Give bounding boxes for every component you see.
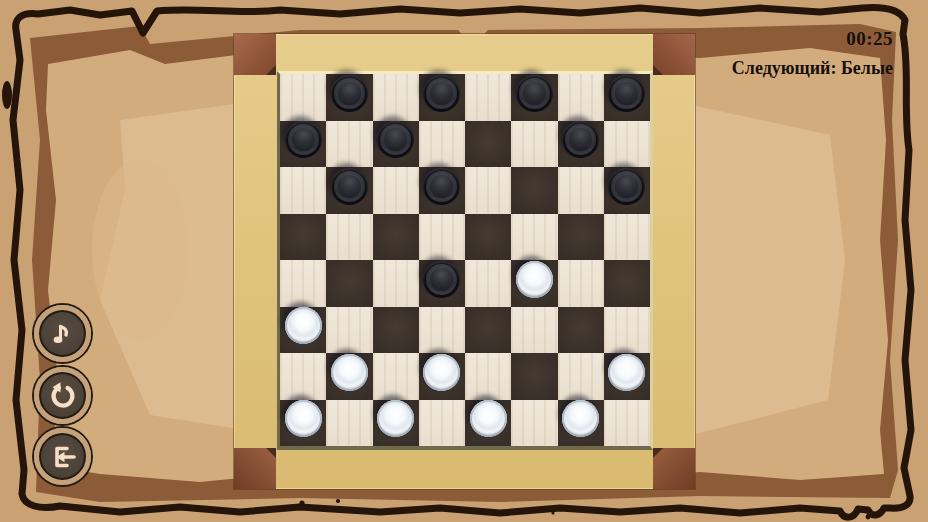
square-e8 — [465, 74, 511, 121]
music-toggle-button[interactable] — [34, 305, 91, 362]
square-a7[interactable] — [280, 121, 326, 168]
square-d4[interactable] — [419, 260, 465, 307]
square-h8[interactable] — [604, 74, 650, 121]
square-h3 — [604, 307, 650, 354]
square-e2 — [465, 353, 511, 400]
square-c1[interactable] — [373, 400, 419, 447]
square-g8 — [558, 74, 604, 121]
piece-white-man[interactable] — [562, 400, 599, 437]
piece-white-man[interactable] — [423, 354, 460, 391]
board-corner-top-left — [234, 34, 276, 75]
board-corner-top-right — [653, 34, 695, 75]
square-h2[interactable] — [604, 353, 650, 400]
square-d1 — [419, 400, 465, 447]
square-g2 — [558, 353, 604, 400]
hud: 00:25 Следующий: Белые — [732, 28, 893, 79]
square-g4 — [558, 260, 604, 307]
piece-black-man[interactable] — [285, 121, 322, 158]
piece-black-man[interactable] — [516, 75, 553, 112]
square-e7[interactable] — [465, 121, 511, 168]
piece-black-man[interactable] — [377, 121, 414, 158]
square-e3[interactable] — [465, 307, 511, 354]
square-d7 — [419, 121, 465, 168]
square-h7 — [604, 121, 650, 168]
square-d6[interactable] — [419, 167, 465, 214]
square-g7[interactable] — [558, 121, 604, 168]
piece-black-man[interactable] — [331, 75, 368, 112]
music-note-icon — [47, 318, 79, 350]
turn-indicator: Следующий: Белые — [732, 58, 893, 79]
square-b8[interactable] — [326, 74, 372, 121]
square-h1 — [604, 400, 650, 447]
square-f1 — [511, 400, 557, 447]
square-f3 — [511, 307, 557, 354]
square-d2[interactable] — [419, 353, 465, 400]
square-e5[interactable] — [465, 214, 511, 261]
square-c5[interactable] — [373, 214, 419, 261]
square-h4[interactable] — [604, 260, 650, 307]
square-f8[interactable] — [511, 74, 557, 121]
square-g6 — [558, 167, 604, 214]
square-e4 — [465, 260, 511, 307]
piece-white-man[interactable] — [516, 261, 553, 298]
piece-black-man[interactable] — [608, 75, 645, 112]
piece-white-man[interactable] — [285, 307, 322, 344]
square-h5 — [604, 214, 650, 261]
square-e1[interactable] — [465, 400, 511, 447]
square-b7 — [326, 121, 372, 168]
piece-black-man[interactable] — [562, 121, 599, 158]
square-f5 — [511, 214, 557, 261]
piece-black-man[interactable] — [331, 168, 368, 205]
square-g5[interactable] — [558, 214, 604, 261]
square-c4 — [373, 260, 419, 307]
turn-indicator-value: Белые — [841, 58, 893, 78]
square-c6 — [373, 167, 419, 214]
piece-white-man[interactable] — [470, 400, 507, 437]
square-a3[interactable] — [280, 307, 326, 354]
board-corner-bottom-left — [234, 448, 276, 489]
square-b6[interactable] — [326, 167, 372, 214]
piece-white-man[interactable] — [377, 400, 414, 437]
piece-black-man[interactable] — [608, 168, 645, 205]
square-g1[interactable] — [558, 400, 604, 447]
square-a1[interactable] — [280, 400, 326, 447]
piece-black-man[interactable] — [423, 75, 460, 112]
square-g3[interactable] — [558, 307, 604, 354]
board-corner-bottom-right — [653, 448, 695, 489]
restart-icon — [47, 380, 79, 412]
square-e6 — [465, 167, 511, 214]
square-f2[interactable] — [511, 353, 557, 400]
exit-button[interactable] — [34, 428, 91, 485]
square-c7[interactable] — [373, 121, 419, 168]
square-b2[interactable] — [326, 353, 372, 400]
square-f7 — [511, 121, 557, 168]
square-c8 — [373, 74, 419, 121]
piece-white-man[interactable] — [608, 354, 645, 391]
square-b3 — [326, 307, 372, 354]
piece-black-man[interactable] — [423, 261, 460, 298]
square-a4 — [280, 260, 326, 307]
square-b5 — [326, 214, 372, 261]
square-d5 — [419, 214, 465, 261]
square-b1 — [326, 400, 372, 447]
square-c3[interactable] — [373, 307, 419, 354]
square-f6[interactable] — [511, 167, 557, 214]
piece-black-man[interactable] — [423, 168, 460, 205]
checkers-board — [234, 34, 695, 489]
square-c2 — [373, 353, 419, 400]
board-grid — [277, 71, 653, 450]
piece-white-man[interactable] — [285, 400, 322, 437]
square-a2 — [280, 353, 326, 400]
exit-icon — [47, 441, 79, 473]
square-a6 — [280, 167, 326, 214]
game-timer: 00:25 — [732, 28, 893, 50]
square-d8[interactable] — [419, 74, 465, 121]
square-d3 — [419, 307, 465, 354]
restart-button[interactable] — [34, 367, 91, 424]
square-b4[interactable] — [326, 260, 372, 307]
square-a8 — [280, 74, 326, 121]
square-a5[interactable] — [280, 214, 326, 261]
square-f4[interactable] — [511, 260, 557, 307]
game-screen: 00:25 Следующий: Белые — [0, 0, 928, 522]
turn-indicator-label: Следующий: — [732, 58, 837, 78]
piece-white-man[interactable] — [331, 354, 368, 391]
square-h6[interactable] — [604, 167, 650, 214]
